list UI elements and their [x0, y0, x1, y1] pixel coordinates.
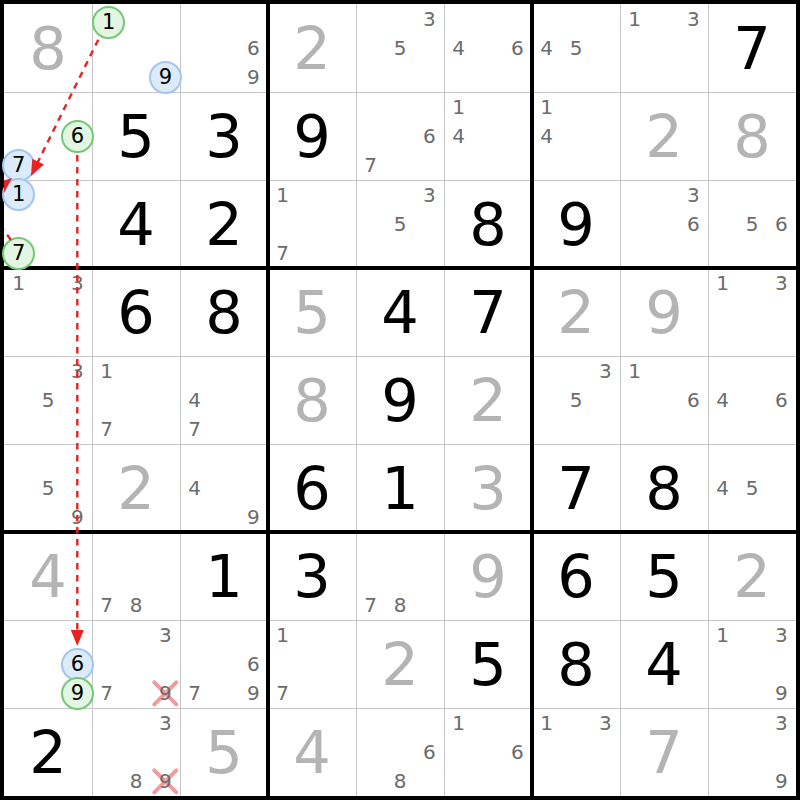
candidate-3: 3: [590, 708, 620, 738]
candidate-1: 1: [532, 92, 562, 122]
cell-r6c4[interactable]: 6: [268, 444, 356, 532]
candidate-4: 4: [444, 33, 474, 63]
candidate-9-eliminated: 9: [150, 766, 180, 796]
candidate-9: 9: [62, 502, 92, 532]
given-digit: 1: [356, 444, 444, 532]
candidate-5: 5: [33, 473, 63, 503]
given-digit: 5: [92, 92, 180, 180]
cell-r3c1[interactable]: 17: [4, 180, 92, 268]
candidate-3: 3: [150, 620, 180, 650]
candidate-1: 1: [708, 268, 738, 298]
solved-digit: 2: [356, 620, 444, 708]
cell-r1c9[interactable]: 7: [708, 4, 796, 92]
cell-r9c2[interactable]: 389: [92, 708, 180, 796]
candidate-3: 3: [766, 708, 796, 738]
cell-r6c8[interactable]: 8: [620, 444, 708, 532]
given-digit: 1: [180, 532, 268, 620]
cell-r1c8[interactable]: 13: [620, 4, 708, 92]
cell-r7c6[interactable]: 9: [444, 532, 532, 620]
solved-digit: 5: [268, 268, 356, 356]
cell-r5c4[interactable]: 8: [268, 356, 356, 444]
cell-r1c5[interactable]: 35: [356, 4, 444, 92]
cell-r7c3[interactable]: 1: [180, 532, 268, 620]
cell-r6c1[interactable]: 59: [4, 444, 92, 532]
candidate-7: 7: [268, 238, 298, 268]
cell-r5c3[interactable]: 47: [180, 356, 268, 444]
candidate-9: 9: [238, 62, 268, 92]
given-digit: 6: [532, 532, 620, 620]
cell-r2c2[interactable]: 5: [92, 92, 180, 180]
candidate-3: 3: [766, 620, 796, 650]
candidate-6: 6: [502, 33, 532, 63]
cell-r3c4[interactable]: 17: [268, 180, 356, 268]
candidate-5: 5: [737, 473, 767, 503]
cell-r3c5[interactable]: 35: [356, 180, 444, 268]
cell-r4c7[interactable]: 2: [532, 268, 620, 356]
cell-r7c4[interactable]: 3: [268, 532, 356, 620]
given-digit: 9: [532, 180, 620, 268]
candidate-7: 7: [92, 414, 122, 444]
candidate-1: 1: [620, 4, 650, 34]
cell-r4c6[interactable]: 7: [444, 268, 532, 356]
cell-r4c5[interactable]: 4: [356, 268, 444, 356]
given-digit: 6: [92, 268, 180, 356]
solved-digit: 5: [180, 708, 268, 796]
given-digit: 5: [620, 532, 708, 620]
candidate-9: 9: [238, 502, 268, 532]
cell-r2c7[interactable]: 14: [532, 92, 620, 180]
cell-r7c2[interactable]: 78: [92, 532, 180, 620]
candidate-7-circled-blue: 7: [2, 149, 35, 182]
candidate-7: 7: [356, 590, 386, 620]
cell-r6c2[interactable]: 2: [92, 444, 180, 532]
given-digit: 8: [620, 444, 708, 532]
cell-r9c5[interactable]: 68: [356, 708, 444, 796]
candidate-8: 8: [121, 766, 151, 796]
cell-r1c6[interactable]: 46: [444, 4, 532, 92]
solved-digit: 9: [620, 268, 708, 356]
candidate-6: 6: [238, 33, 268, 63]
candidate-3: 3: [678, 4, 708, 34]
solved-digit: 8: [268, 356, 356, 444]
candidate-4: 4: [180, 473, 210, 503]
cell-r1c4[interactable]: 2: [268, 4, 356, 92]
candidate-6: 6: [766, 385, 796, 415]
cell-r2c6[interactable]: 14: [444, 92, 532, 180]
cell-r8c1[interactable]: 69: [4, 620, 92, 708]
cell-r3c8[interactable]: 36: [620, 180, 708, 268]
cell-r3c9[interactable]: 56: [708, 180, 796, 268]
cell-r2c8[interactable]: 2: [620, 92, 708, 180]
candidate-9-eliminated: 9: [150, 678, 180, 708]
candidate-1-circled-blue: 1: [2, 178, 35, 211]
candidate-6: 6: [414, 737, 444, 767]
candidate-3: 3: [590, 356, 620, 386]
given-digit: 8: [532, 620, 620, 708]
candidate-1: 1: [268, 620, 298, 650]
cell-r4c9[interactable]: 13: [708, 268, 796, 356]
given-digit: 9: [268, 92, 356, 180]
candidate-6: 6: [502, 737, 532, 767]
candidate-7: 7: [268, 678, 298, 708]
solved-digit: 2: [92, 444, 180, 532]
candidate-3: 3: [62, 268, 92, 298]
cell-r2c1[interactable]: 67: [4, 92, 92, 180]
cell-r7c8[interactable]: 5: [620, 532, 708, 620]
cell-r2c4[interactable]: 9: [268, 92, 356, 180]
candidate-3: 3: [766, 268, 796, 298]
candidate-4: 4: [180, 385, 210, 415]
cell-r4c2[interactable]: 6: [92, 268, 180, 356]
cell-r3c7[interactable]: 9: [532, 180, 620, 268]
candidate-1: 1: [708, 620, 738, 650]
given-digit: 5: [444, 620, 532, 708]
candidate-6: 6: [678, 209, 708, 239]
given-digit: 9: [356, 356, 444, 444]
cell-r4c3[interactable]: 8: [180, 268, 268, 356]
candidate-1: 1: [444, 92, 474, 122]
candidate-9: 9: [766, 766, 796, 796]
candidate-4: 4: [532, 121, 562, 151]
candidate-7: 7: [356, 150, 386, 180]
candidate-4: 4: [708, 473, 738, 503]
cell-r9c1[interactable]: 2: [4, 708, 92, 796]
cell-r7c9[interactable]: 2: [708, 532, 796, 620]
solved-digit: 9: [444, 532, 532, 620]
candidate-9: 9: [238, 678, 268, 708]
candidate-5: 5: [33, 385, 63, 415]
given-digit: 4: [356, 268, 444, 356]
cell-r7c1[interactable]: 4: [4, 532, 92, 620]
candidate-1: 1: [620, 356, 650, 386]
given-digit: 4: [92, 180, 180, 268]
cell-r2c5[interactable]: 67: [356, 92, 444, 180]
cell-r5c5[interactable]: 9: [356, 356, 444, 444]
cell-r9c3[interactable]: 5: [180, 708, 268, 796]
candidate-7-circled-green: 7: [2, 237, 35, 270]
cell-r5c1[interactable]: 35: [4, 356, 92, 444]
solved-digit: 7: [620, 708, 708, 796]
candidate-6: 6: [678, 385, 708, 415]
cell-r5c8[interactable]: 16: [620, 356, 708, 444]
solved-digit: 3: [444, 444, 532, 532]
candidate-9: 9: [766, 678, 796, 708]
candidate-1: 1: [532, 708, 562, 738]
given-digit: 8: [180, 268, 268, 356]
given-digit: 4: [620, 620, 708, 708]
cell-r9c9[interactable]: 39: [708, 708, 796, 796]
candidate-8: 8: [385, 590, 415, 620]
cell-r6c3[interactable]: 49: [180, 444, 268, 532]
candidate-3: 3: [414, 180, 444, 210]
candidate-9-circled-blue: 9: [149, 61, 182, 94]
candidate-3: 3: [414, 4, 444, 34]
candidate-1-circled-green: 1: [92, 6, 125, 39]
cell-r3c3[interactable]: 2: [180, 180, 268, 268]
cell-r8c7[interactable]: 8: [532, 620, 620, 708]
cell-r9c4[interactable]: 4: [268, 708, 356, 796]
cell-r8c3[interactable]: 679: [180, 620, 268, 708]
cell-r5c6[interactable]: 2: [444, 356, 532, 444]
candidate-1: 1: [444, 708, 474, 738]
candidate-6-circled-blue: 6: [61, 648, 94, 681]
cell-r4c4[interactable]: 5: [268, 268, 356, 356]
given-digit: 6: [268, 444, 356, 532]
cell-r4c1[interactable]: 13: [4, 268, 92, 356]
cells-layer: 8196923546451376753967141428174217358936…: [4, 4, 796, 796]
cell-r2c9[interactable]: 8: [708, 92, 796, 180]
candidate-8: 8: [121, 590, 151, 620]
solved-digit: 2: [620, 92, 708, 180]
candidate-7: 7: [180, 678, 210, 708]
cell-r4c8[interactable]: 9: [620, 268, 708, 356]
given-digit: 7: [708, 4, 796, 92]
cell-r9c6[interactable]: 16: [444, 708, 532, 796]
cell-r2c3[interactable]: 3: [180, 92, 268, 180]
given-digit: 7: [444, 268, 532, 356]
candidate-5: 5: [561, 33, 591, 63]
cell-r8c8[interactable]: 4: [620, 620, 708, 708]
solved-digit: 2: [268, 4, 356, 92]
candidate-5: 5: [385, 209, 415, 239]
cell-r5c2[interactable]: 17: [92, 356, 180, 444]
cell-r7c5[interactable]: 78: [356, 532, 444, 620]
cell-r3c6[interactable]: 8: [444, 180, 532, 268]
candidate-1: 1: [268, 180, 298, 210]
candidate-7: 7: [92, 590, 122, 620]
candidate-3: 3: [678, 180, 708, 210]
cell-r8c5[interactable]: 2: [356, 620, 444, 708]
given-digit: 3: [268, 532, 356, 620]
given-digit: 8: [444, 180, 532, 268]
candidate-5: 5: [737, 209, 767, 239]
cell-r8c4[interactable]: 17: [268, 620, 356, 708]
candidate-6: 6: [238, 649, 268, 679]
solved-digit: 2: [444, 356, 532, 444]
candidate-1: 1: [92, 356, 122, 386]
candidate-5: 5: [385, 33, 415, 63]
candidate-4: 4: [532, 33, 562, 63]
candidate-1: 1: [4, 268, 34, 298]
candidate-4: 4: [708, 385, 738, 415]
sudoku-board: 8196923546451376753967141428174217358936…: [0, 0, 800, 800]
cell-r5c7[interactable]: 35: [532, 356, 620, 444]
candidate-6-circled-green: 6: [61, 120, 94, 153]
cell-r6c5[interactable]: 1: [356, 444, 444, 532]
cell-r7c7[interactable]: 6: [532, 532, 620, 620]
cell-r9c8[interactable]: 7: [620, 708, 708, 796]
cell-r6c9[interactable]: 45: [708, 444, 796, 532]
solved-digit: 2: [532, 268, 620, 356]
candidate-5: 5: [561, 385, 591, 415]
cell-r1c1[interactable]: 8: [4, 4, 92, 92]
candidate-6: 6: [766, 209, 796, 239]
cell-r6c6[interactable]: 3: [444, 444, 532, 532]
cell-r9c7[interactable]: 13: [532, 708, 620, 796]
solved-digit: 2: [708, 532, 796, 620]
candidate-3: 3: [62, 356, 92, 386]
solved-digit: 8: [708, 92, 796, 180]
candidate-4: 4: [444, 121, 474, 151]
cell-r3c2[interactable]: 4: [92, 180, 180, 268]
cell-r1c2[interactable]: 19: [92, 4, 180, 92]
candidate-8: 8: [385, 766, 415, 796]
cell-r6c7[interactable]: 7: [532, 444, 620, 532]
candidate-6: 6: [414, 121, 444, 151]
solved-digit: 4: [4, 532, 92, 620]
cell-r8c9[interactable]: 139: [708, 620, 796, 708]
cell-r5c9[interactable]: 46: [708, 356, 796, 444]
candidate-7: 7: [180, 414, 210, 444]
candidate-7: 7: [92, 678, 122, 708]
solved-digit: 8: [4, 4, 92, 92]
given-digit: 2: [4, 708, 92, 796]
cell-r1c3[interactable]: 69: [180, 4, 268, 92]
candidate-3: 3: [150, 708, 180, 738]
solved-digit: 4: [268, 708, 356, 796]
given-digit: 7: [532, 444, 620, 532]
candidate-9-circled-green: 9: [61, 677, 94, 710]
given-digit: 2: [180, 180, 268, 268]
cell-r8c2[interactable]: 379: [92, 620, 180, 708]
cell-r1c7[interactable]: 45: [532, 4, 620, 92]
given-digit: 3: [180, 92, 268, 180]
cell-r8c6[interactable]: 5: [444, 620, 532, 708]
